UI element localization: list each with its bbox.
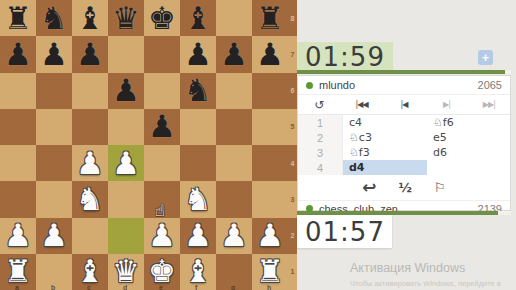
square-c7[interactable]: ♟: [72, 36, 108, 72]
black-pawn-a7[interactable]: ♟: [4, 39, 32, 70]
move-black[interactable]: [427, 160, 511, 175]
move-black[interactable]: e5: [427, 130, 511, 145]
white-pawn-c4[interactable]: ♟: [76, 148, 104, 179]
square-d6[interactable]: ♟: [108, 73, 144, 109]
square-e3[interactable]: [144, 181, 180, 217]
move-number: 4: [298, 160, 343, 175]
square-a3[interactable]: [0, 181, 36, 217]
square-c6[interactable]: [72, 73, 108, 109]
square-b4[interactable]: [36, 145, 72, 181]
black-pawn-g7[interactable]: ♟: [220, 39, 248, 70]
square-h3[interactable]: [252, 181, 288, 217]
square-c8[interactable]: ♝: [72, 0, 108, 36]
square-b3[interactable]: [36, 181, 72, 217]
rank-label-7: 7: [288, 36, 297, 72]
top-player-name: mlundo: [319, 79, 478, 91]
square-f6[interactable]: ♞: [180, 73, 216, 109]
top-time-bar-fill: [297, 70, 505, 74]
top-player-clock: 01:59: [297, 42, 393, 71]
square-d2[interactable]: [108, 218, 144, 254]
square-b8[interactable]: ♞: [36, 0, 72, 36]
square-d8[interactable]: ♛: [108, 0, 144, 36]
online-dot-icon: [306, 82, 313, 89]
square-d5[interactable]: [108, 109, 144, 145]
square-b7[interactable]: ♟: [36, 36, 72, 72]
black-knight-b8[interactable]: ♞: [40, 3, 68, 34]
square-h4[interactable]: [252, 145, 288, 181]
watermark-title: Активация Windows: [350, 261, 501, 275]
square-c5[interactable]: [72, 109, 108, 145]
black-rook-a8[interactable]: ♜: [4, 3, 32, 34]
white-pawn-f2[interactable]: ♟: [184, 220, 212, 251]
file-label-d: d: [123, 284, 127, 290]
white-pawn-a2[interactable]: ♟: [4, 220, 32, 251]
square-e5[interactable]: ♟: [144, 109, 180, 145]
white-pawn-g2[interactable]: ♟: [220, 220, 248, 251]
square-h6[interactable]: [252, 73, 288, 109]
square-h5[interactable]: [252, 109, 288, 145]
square-f3[interactable]: ♞: [180, 181, 216, 217]
square-b6[interactable]: [36, 73, 72, 109]
windows-watermark: Активация Windows Чтобы активировать Win…: [297, 210, 516, 290]
rank-label-2: 2: [288, 218, 297, 254]
move-row: 3 ♘f3 d6: [298, 145, 510, 160]
offer-draw-icon[interactable]: ½: [399, 181, 412, 194]
black-pawn-f7[interactable]: ♟: [184, 39, 212, 70]
rank-label-5: 5: [288, 109, 297, 145]
square-b5[interactable]: [36, 109, 72, 145]
rank-coordinates: 87654321: [288, 0, 297, 290]
rank-label-1: 1: [288, 254, 297, 290]
white-rook-a1[interactable]: ♜: [4, 256, 32, 287]
move-row: 4 d4: [298, 160, 510, 175]
move-white[interactable]: ♘f3: [343, 145, 427, 160]
square-b2[interactable]: ♟: [36, 218, 72, 254]
black-pawn-h7[interactable]: ♟: [256, 39, 284, 70]
white-rook-h1[interactable]: ♜: [256, 256, 284, 287]
move-row: 1 c4 ♘f6: [298, 115, 510, 130]
square-f1[interactable]: ♝: [180, 254, 216, 290]
top-player-rating: 2065: [478, 79, 502, 91]
takeback-icon[interactable]: ↩: [362, 179, 376, 196]
square-h8[interactable]: ♜: [252, 0, 288, 36]
square-f4[interactable]: [180, 145, 216, 181]
move-number: 3: [298, 145, 343, 160]
top-player-row[interactable]: mlundo 2065: [298, 76, 510, 95]
black-queen-d8[interactable]: ♛: [112, 3, 140, 34]
move-list: 1 c4 ♘f6 2 ♘c3 e5 3 ♘f3 d6 4 d4: [298, 115, 510, 175]
square-a6[interactable]: [0, 73, 36, 109]
previous-move-icon[interactable]: |◀: [383, 100, 425, 109]
square-c3[interactable]: ♞: [72, 181, 108, 217]
white-king-e1[interactable]: ♚: [148, 256, 176, 287]
black-pawn-d6[interactable]: ♟: [112, 75, 140, 106]
square-a7[interactable]: ♟: [0, 36, 36, 72]
file-label-e: e: [159, 284, 163, 290]
square-g8[interactable]: [216, 0, 252, 36]
square-a2[interactable]: ♟: [0, 218, 36, 254]
square-g6[interactable]: [216, 73, 252, 109]
square-f2[interactable]: ♟: [180, 218, 216, 254]
white-bishop-c1[interactable]: ♝: [76, 256, 104, 287]
rank-label-6: 6: [288, 73, 297, 109]
watermark-subtitle: Чтобы активировать Windows, перейдите в: [350, 279, 501, 288]
square-g4[interactable]: [216, 145, 252, 181]
move-black[interactable]: d6: [427, 145, 511, 160]
square-d3[interactable]: [108, 181, 144, 217]
square-f8[interactable]: ♝: [180, 0, 216, 36]
square-a4[interactable]: [0, 145, 36, 181]
white-pawn-d4[interactable]: ♟: [112, 148, 140, 179]
move-white[interactable]: ♘c3: [343, 130, 427, 145]
black-pawn-c7[interactable]: ♟: [76, 39, 104, 70]
white-knight-c3[interactable]: ♞: [76, 184, 104, 215]
rank-label-8: 8: [288, 0, 297, 36]
square-h7[interactable]: ♟: [252, 36, 288, 72]
game-card: mlundo 2065 ↺ |◀◀ |◀ ▶| ▶▶| 1 c4 ♘f6 2 ♘…: [297, 75, 511, 211]
white-pawn-b2[interactable]: ♟: [40, 220, 68, 251]
square-c4[interactable]: ♟: [72, 145, 108, 181]
black-bishop-c8[interactable]: ♝: [76, 3, 104, 34]
square-d7[interactable]: [108, 36, 144, 72]
move-white-current[interactable]: d4: [343, 160, 427, 175]
black-king-e8[interactable]: ♚: [148, 3, 176, 34]
game-panel: 01:59 + mlundo 2065 ↺ |◀◀ |◀ ▶| ▶▶| 1 c4…: [297, 0, 516, 290]
file-label-b: b: [51, 284, 55, 290]
replay-controls: ↺ |◀◀ |◀ ▶| ▶▶|: [298, 95, 510, 115]
resign-flag-icon[interactable]: ⚐: [434, 181, 446, 194]
black-bishop-f8[interactable]: ♝: [184, 3, 212, 34]
rank-label-3: 3: [288, 181, 297, 217]
give-time-button[interactable]: +: [478, 50, 493, 65]
move-number: 2: [298, 130, 343, 145]
square-d4[interactable]: ♟: [108, 145, 144, 181]
square-h2[interactable]: ♟: [252, 218, 288, 254]
square-c2[interactable]: [72, 218, 108, 254]
square-g2[interactable]: ♟: [216, 218, 252, 254]
square-f7[interactable]: ♟: [180, 36, 216, 72]
square-a8[interactable]: ♜: [0, 0, 36, 36]
white-knight-f3[interactable]: ♞: [184, 184, 212, 215]
first-move-icon[interactable]: |◀◀: [340, 100, 382, 109]
file-label-h: h: [267, 284, 271, 290]
move-number: 1: [298, 115, 343, 130]
file-label-a: a: [15, 284, 19, 290]
black-pawn-b7[interactable]: ♟: [40, 39, 68, 70]
white-pawn-e2[interactable]: ♟: [148, 220, 176, 251]
next-move-icon[interactable]: ▶|: [425, 100, 467, 109]
black-rook-h8[interactable]: ♜: [256, 3, 284, 34]
action-buttons: ↩ ½ ⚐: [298, 175, 510, 200]
file-label-g: g: [231, 284, 235, 290]
top-time-bar: [297, 70, 511, 74]
square-f5[interactable]: [180, 109, 216, 145]
square-e4[interactable]: [144, 145, 180, 181]
rank-label-4: 4: [288, 145, 297, 181]
white-queen-d1[interactable]: ♛: [112, 256, 140, 287]
white-pawn-h2[interactable]: ♟: [256, 220, 284, 251]
file-label-c: c: [87, 284, 91, 290]
square-a5[interactable]: [0, 109, 36, 145]
move-row: 2 ♘c3 e5: [298, 130, 510, 145]
black-knight-f6[interactable]: ♞: [184, 75, 212, 106]
file-label-f: f: [195, 284, 197, 290]
black-pawn-e5[interactable]: ♟: [148, 111, 176, 142]
square-g7[interactable]: ♟: [216, 36, 252, 72]
flip-board-icon[interactable]: ↺: [298, 98, 340, 112]
chess-board[interactable]: ♜♞♝♛♚♝♜♟♟♟♟♟♟♟♞♟♟♟♞♞♟♟♟♟♟♟♜♝♛♚♝♜: [0, 0, 288, 290]
last-move-icon[interactable]: ▶▶|: [468, 100, 510, 109]
square-e8[interactable]: ♚: [144, 0, 180, 36]
square-g3[interactable]: [216, 181, 252, 217]
move-white[interactable]: c4: [343, 115, 427, 130]
square-e6[interactable]: [144, 73, 180, 109]
move-black[interactable]: ♘f6: [427, 115, 511, 130]
square-e7[interactable]: [144, 36, 180, 72]
square-g5[interactable]: [216, 109, 252, 145]
square-e2[interactable]: ♟: [144, 218, 180, 254]
white-bishop-f1[interactable]: ♝: [184, 256, 212, 287]
